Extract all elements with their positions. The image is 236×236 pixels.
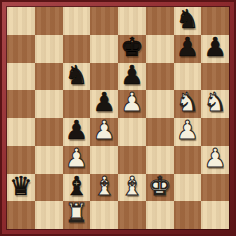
square-g4[interactable]: ♟ <box>174 118 202 146</box>
square-b5[interactable] <box>35 90 63 118</box>
square-c3[interactable]: ♟ <box>63 146 91 174</box>
square-h2[interactable] <box>201 174 229 202</box>
square-h7[interactable]: ♟ <box>201 35 229 63</box>
square-a6[interactable] <box>7 63 35 91</box>
square-e1[interactable] <box>118 201 146 229</box>
square-f6[interactable] <box>146 63 174 91</box>
square-h1[interactable] <box>201 201 229 229</box>
square-h4[interactable] <box>201 118 229 146</box>
square-d2[interactable]: ♝ <box>90 174 118 202</box>
square-a3[interactable] <box>7 146 35 174</box>
piece-black-pawn: ♟ <box>176 34 199 62</box>
square-g3[interactable] <box>174 146 202 174</box>
square-b7[interactable] <box>35 35 63 63</box>
square-f5[interactable] <box>146 90 174 118</box>
square-e2[interactable]: ♝ <box>118 174 146 202</box>
square-h6[interactable] <box>201 63 229 91</box>
piece-black-king: ♚ <box>120 34 143 62</box>
square-h5[interactable]: ♞ <box>201 90 229 118</box>
square-c7[interactable] <box>63 35 91 63</box>
square-h8[interactable] <box>201 7 229 35</box>
square-f8[interactable] <box>146 7 174 35</box>
square-b1[interactable] <box>35 201 63 229</box>
square-e5[interactable]: ♟ <box>118 90 146 118</box>
piece-white-pawn: ♟ <box>92 117 115 145</box>
piece-white-knight: ♞ <box>203 89 226 117</box>
square-f4[interactable] <box>146 118 174 146</box>
square-c5[interactable] <box>63 90 91 118</box>
square-b8[interactable] <box>35 7 63 35</box>
piece-white-bishop: ♝ <box>92 173 115 201</box>
chess-board: ♞♚♟♟♞♟♟♟♞♞♟♟♟♟♟♛♝♝♝♚♜ <box>7 7 229 229</box>
square-d8[interactable] <box>90 7 118 35</box>
piece-black-pawn: ♟ <box>203 34 226 62</box>
square-a1[interactable] <box>7 201 35 229</box>
square-a8[interactable] <box>7 7 35 35</box>
square-f7[interactable] <box>146 35 174 63</box>
square-g8[interactable]: ♞ <box>174 7 202 35</box>
piece-white-king: ♚ <box>148 173 171 201</box>
chess-app: ♞♚♟♟♞♟♟♟♞♞♟♟♟♟♟♛♝♝♝♚♜ <box>0 0 236 236</box>
piece-black-pawn: ♟ <box>65 117 88 145</box>
square-d6[interactable] <box>90 63 118 91</box>
square-e6[interactable]: ♟ <box>118 63 146 91</box>
square-d4[interactable]: ♟ <box>90 118 118 146</box>
piece-white-bishop: ♝ <box>120 173 143 201</box>
piece-white-pawn: ♟ <box>65 145 88 173</box>
piece-black-knight: ♞ <box>65 62 88 90</box>
board-frame: ♞♚♟♟♞♟♟♟♞♞♟♟♟♟♟♛♝♝♝♚♜ <box>0 0 236 236</box>
square-d3[interactable] <box>90 146 118 174</box>
piece-black-bishop: ♝ <box>65 173 88 201</box>
piece-white-pawn: ♟ <box>120 89 143 117</box>
square-d5[interactable]: ♟ <box>90 90 118 118</box>
piece-black-queen: ♛ <box>9 173 32 201</box>
square-g7[interactable]: ♟ <box>174 35 202 63</box>
square-a4[interactable] <box>7 118 35 146</box>
square-f1[interactable] <box>146 201 174 229</box>
square-c1[interactable]: ♜ <box>63 201 91 229</box>
square-b3[interactable] <box>35 146 63 174</box>
square-g5[interactable]: ♞ <box>174 90 202 118</box>
square-c6[interactable]: ♞ <box>63 63 91 91</box>
square-g2[interactable] <box>174 174 202 202</box>
piece-white-pawn: ♟ <box>203 145 226 173</box>
square-f2[interactable]: ♚ <box>146 174 174 202</box>
square-a2[interactable]: ♛ <box>7 174 35 202</box>
piece-black-pawn: ♟ <box>92 89 115 117</box>
square-a7[interactable] <box>7 35 35 63</box>
square-c8[interactable] <box>63 7 91 35</box>
square-g1[interactable] <box>174 201 202 229</box>
square-c4[interactable]: ♟ <box>63 118 91 146</box>
square-e3[interactable] <box>118 146 146 174</box>
square-b6[interactable] <box>35 63 63 91</box>
square-b4[interactable] <box>35 118 63 146</box>
square-e4[interactable] <box>118 118 146 146</box>
square-e8[interactable] <box>118 7 146 35</box>
piece-black-pawn: ♟ <box>120 62 143 90</box>
square-c2[interactable]: ♝ <box>63 174 91 202</box>
square-b2[interactable] <box>35 174 63 202</box>
square-e7[interactable]: ♚ <box>118 35 146 63</box>
square-a5[interactable] <box>7 90 35 118</box>
square-d7[interactable] <box>90 35 118 63</box>
piece-white-knight: ♞ <box>176 89 199 117</box>
square-f3[interactable] <box>146 146 174 174</box>
square-h3[interactable]: ♟ <box>201 146 229 174</box>
square-g6[interactable] <box>174 63 202 91</box>
piece-white-pawn: ♟ <box>176 117 199 145</box>
piece-white-rook: ♜ <box>65 200 88 228</box>
square-d1[interactable] <box>90 201 118 229</box>
piece-black-knight: ♞ <box>176 6 199 34</box>
